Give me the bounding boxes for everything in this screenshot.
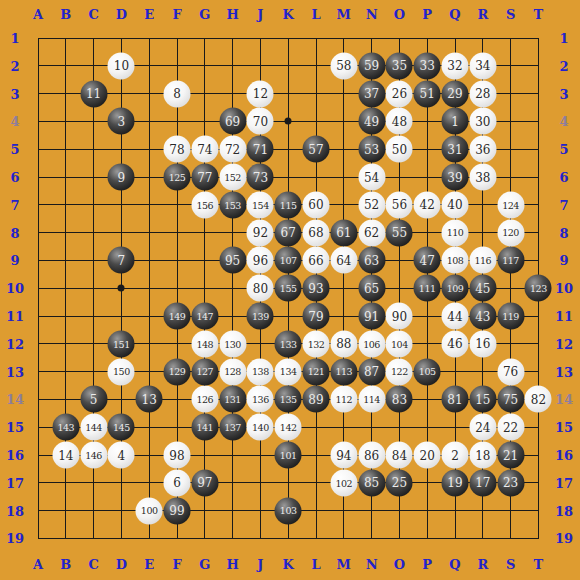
move-number: 113 [335, 367, 352, 377]
coord-label-top-C: C [88, 8, 98, 21]
coord-label-right-13: 13 [555, 365, 573, 378]
stone-white-move-80-J10[interactable]: 80 [247, 275, 274, 302]
stone-black-move-43-R11[interactable]: 43 [469, 303, 496, 330]
stone-black-move-15-R14[interactable]: 15 [469, 386, 496, 413]
move-number: 133 [280, 339, 297, 349]
stone-black-move-117-S9[interactable]: 117 [497, 247, 524, 274]
stone-black-move-17-R17[interactable]: 17 [469, 469, 496, 496]
move-number: 121 [308, 367, 325, 377]
move-number: 52 [364, 199, 379, 211]
stone-white-move-100-E18[interactable]: 100 [136, 497, 163, 524]
move-number: 127 [196, 367, 213, 377]
move-number: 15 [475, 393, 490, 405]
move-number: 57 [308, 143, 323, 155]
grid-line-vertical [38, 38, 39, 539]
stone-white-move-22-S15[interactable]: 22 [497, 414, 524, 441]
stone-black-move-71-J5[interactable]: 71 [247, 136, 274, 163]
coord-label-left-15: 15 [6, 421, 24, 434]
stone-black-move-69-H4[interactable]: 69 [219, 108, 246, 135]
stone-black-move-35-O2[interactable]: 35 [386, 52, 413, 79]
move-number: 104 [391, 339, 408, 349]
stone-white-move-32-Q2[interactable]: 32 [442, 52, 469, 79]
move-number: 135 [280, 395, 297, 405]
move-number: 153 [224, 200, 241, 210]
stone-black-move-87-N13[interactable]: 87 [358, 358, 385, 385]
coord-label-top-K: K [283, 8, 294, 21]
go-board[interactable]: AABBCCDDEEFFGGHHJJKKLLMMNNOOPPQQRRSSTT11… [0, 0, 580, 580]
move-number: 68 [308, 227, 323, 239]
stone-black-move-139-J11[interactable]: 139 [247, 303, 274, 330]
move-number: 89 [308, 393, 323, 405]
stone-black-move-53-N5[interactable]: 53 [358, 136, 385, 163]
stone-white-move-110-Q8[interactable]: 110 [442, 219, 469, 246]
stone-black-move-49-N4[interactable]: 49 [358, 108, 385, 135]
coord-label-top-H: H [226, 8, 238, 21]
stone-black-move-75-S14[interactable]: 75 [497, 386, 524, 413]
move-number: 26 [392, 88, 407, 100]
stone-black-move-29-Q3[interactable]: 29 [442, 80, 469, 107]
stone-black-move-95-H9[interactable]: 95 [219, 247, 246, 274]
stone-white-move-86-N16[interactable]: 86 [358, 442, 385, 469]
stone-black-move-11-C3[interactable]: 11 [80, 80, 107, 107]
stone-black-move-93-L10[interactable]: 93 [303, 275, 330, 302]
stone-white-move-12-J3[interactable]: 12 [247, 80, 274, 107]
stone-white-move-142-K15[interactable]: 142 [275, 414, 302, 441]
stone-white-move-154-J7[interactable]: 154 [247, 191, 274, 218]
move-number: 11 [86, 88, 101, 100]
move-number: 112 [335, 395, 352, 405]
move-number: 139 [252, 311, 269, 321]
move-number: 110 [447, 228, 464, 238]
stone-white-move-40-Q7[interactable]: 40 [442, 191, 469, 218]
move-number: 8 [173, 88, 181, 100]
stone-white-move-44-Q11[interactable]: 44 [442, 303, 469, 330]
stone-black-move-33-P2[interactable]: 33 [414, 52, 441, 79]
move-number: 117 [502, 256, 519, 266]
coord-label-top-B: B [60, 8, 71, 21]
move-number: 126 [196, 395, 213, 405]
coord-label-bottom-R: R [477, 558, 488, 571]
move-number: 115 [280, 200, 297, 210]
move-number: 74 [197, 143, 212, 155]
move-number: 90 [392, 310, 407, 322]
stone-white-move-148-G12[interactable]: 148 [191, 330, 218, 357]
coord-label-left-5: 5 [10, 143, 19, 156]
move-number: 10 [114, 60, 129, 72]
move-number: 143 [57, 422, 74, 432]
move-number: 31 [447, 143, 462, 155]
move-number: 37 [364, 88, 379, 100]
coord-label-bottom-E: E [144, 558, 154, 571]
coord-label-right-1: 1 [559, 32, 568, 45]
stone-black-move-109-Q10[interactable]: 109 [442, 275, 469, 302]
stone-black-move-89-L14[interactable]: 89 [303, 386, 330, 413]
stone-white-move-84-O16[interactable]: 84 [386, 442, 413, 469]
stone-white-move-38-R6[interactable]: 38 [469, 164, 496, 191]
stone-white-move-150-D13[interactable]: 150 [108, 358, 135, 385]
stone-white-move-54-N6[interactable]: 54 [358, 164, 385, 191]
stone-white-move-18-R16[interactable]: 18 [469, 442, 496, 469]
star-point-K4 [285, 118, 292, 125]
move-number: 65 [364, 282, 379, 294]
move-number: 151 [113, 339, 130, 349]
move-number: 144 [85, 422, 102, 432]
move-number: 81 [447, 393, 462, 405]
move-number: 111 [419, 283, 436, 293]
coord-label-right-14: 14 [555, 393, 573, 406]
coord-label-bottom-O: O [394, 558, 405, 571]
stone-white-move-42-P7[interactable]: 42 [414, 191, 441, 218]
move-number: 102 [335, 478, 352, 488]
stone-black-move-85-N17[interactable]: 85 [358, 469, 385, 496]
stone-black-move-21-S16[interactable]: 21 [497, 442, 524, 469]
coord-label-bottom-A: A [33, 558, 43, 571]
coord-label-bottom-C: C [88, 558, 98, 571]
move-number: 92 [253, 227, 268, 239]
move-number: 80 [253, 282, 268, 294]
stone-white-move-144-C15[interactable]: 144 [80, 414, 107, 441]
move-number: 55 [392, 227, 407, 239]
move-number: 58 [336, 60, 351, 72]
stone-black-move-153-H7[interactable]: 153 [219, 191, 246, 218]
move-number: 9 [118, 171, 126, 183]
stone-white-move-26-O3[interactable]: 26 [386, 80, 413, 107]
coord-label-left-18: 18 [6, 504, 24, 517]
stone-black-move-45-R10[interactable]: 45 [469, 275, 496, 302]
move-number: 17 [475, 477, 490, 489]
move-number: 105 [419, 367, 436, 377]
stone-black-move-149-F11[interactable]: 149 [164, 303, 191, 330]
coord-label-top-T: T [534, 8, 544, 21]
stone-black-move-55-O8[interactable]: 55 [386, 219, 413, 246]
move-number: 77 [197, 171, 212, 183]
stone-black-move-77-G6[interactable]: 77 [191, 164, 218, 191]
move-number: 13 [142, 393, 157, 405]
stone-white-move-108-Q9[interactable]: 108 [442, 247, 469, 274]
stone-white-move-130-H12[interactable]: 130 [219, 330, 246, 357]
stone-black-move-65-N10[interactable]: 65 [358, 275, 385, 302]
stone-black-move-131-H14[interactable]: 131 [219, 386, 246, 413]
move-number: 7 [118, 254, 126, 266]
stone-white-move-90-O11[interactable]: 90 [386, 303, 413, 330]
move-number: 44 [447, 310, 462, 322]
coord-label-top-S: S [506, 8, 515, 21]
coord-label-left-13: 13 [6, 365, 24, 378]
coord-label-right-5: 5 [559, 143, 568, 156]
stone-black-move-99-F18[interactable]: 99 [164, 497, 191, 524]
stone-black-move-39-Q6[interactable]: 39 [442, 164, 469, 191]
stone-black-move-73-J6[interactable]: 73 [247, 164, 274, 191]
coord-label-top-L: L [311, 8, 320, 21]
stone-black-move-47-P9[interactable]: 47 [414, 247, 441, 274]
stone-black-move-61-M8[interactable]: 61 [330, 219, 357, 246]
stone-white-move-70-J4[interactable]: 70 [247, 108, 274, 135]
stone-black-move-101-K16[interactable]: 101 [275, 442, 302, 469]
stone-black-move-91-N11[interactable]: 91 [358, 303, 385, 330]
stone-white-move-120-S8[interactable]: 120 [497, 219, 524, 246]
stone-black-move-111-P10[interactable]: 111 [414, 275, 441, 302]
stone-black-move-81-Q14[interactable]: 81 [442, 386, 469, 413]
move-number: 28 [475, 88, 490, 100]
stone-white-move-106-N12[interactable]: 106 [358, 330, 385, 357]
move-number: 56 [392, 199, 407, 211]
stone-white-move-14-B16[interactable]: 14 [52, 442, 79, 469]
move-number: 106 [363, 339, 380, 349]
move-number: 122 [391, 367, 408, 377]
stone-white-move-116-R9[interactable]: 116 [469, 247, 496, 274]
stone-black-move-3-D4[interactable]: 3 [108, 108, 135, 135]
stone-black-move-145-D15[interactable]: 145 [108, 414, 135, 441]
move-number: 71 [253, 143, 268, 155]
move-number: 3 [118, 115, 126, 127]
stone-white-move-92-J8[interactable]: 92 [247, 219, 274, 246]
stone-white-move-10-D2[interactable]: 10 [108, 52, 135, 79]
move-number: 134 [280, 367, 297, 377]
stone-black-move-121-L13[interactable]: 121 [303, 358, 330, 385]
move-number: 66 [308, 254, 323, 266]
stone-black-move-97-G17[interactable]: 97 [191, 469, 218, 496]
move-number: 60 [308, 199, 323, 211]
move-number: 64 [336, 254, 351, 266]
stone-white-move-138-J13[interactable]: 138 [247, 358, 274, 385]
coord-label-left-7: 7 [10, 198, 19, 211]
coord-label-right-11: 11 [555, 310, 573, 323]
move-number: 63 [364, 254, 379, 266]
stone-black-move-23-S17[interactable]: 23 [497, 469, 524, 496]
stone-black-move-13-E14[interactable]: 13 [136, 386, 163, 413]
stone-white-move-34-R2[interactable]: 34 [469, 52, 496, 79]
move-number: 4 [118, 449, 126, 461]
grid-line-horizontal [38, 38, 539, 39]
stone-white-move-2-Q16[interactable]: 2 [442, 442, 469, 469]
stone-white-move-74-G5[interactable]: 74 [191, 136, 218, 163]
coord-label-right-2: 2 [559, 59, 568, 72]
coord-label-left-4: 4 [10, 115, 19, 128]
move-number: 99 [169, 505, 184, 517]
stone-white-move-114-N14[interactable]: 114 [358, 386, 385, 413]
stone-black-move-103-K18[interactable]: 103 [275, 497, 302, 524]
move-number: 125 [169, 172, 186, 182]
stone-black-move-115-K7[interactable]: 115 [275, 191, 302, 218]
stone-black-move-7-D9[interactable]: 7 [108, 247, 135, 274]
stone-black-move-5-C14[interactable]: 5 [80, 386, 107, 413]
stone-white-move-78-F5[interactable]: 78 [164, 136, 191, 163]
coord-label-bottom-L: L [311, 558, 320, 571]
move-number: 140 [252, 422, 269, 432]
move-number: 46 [447, 338, 462, 350]
stone-white-move-36-R5[interactable]: 36 [469, 136, 496, 163]
move-number: 18 [475, 449, 490, 461]
coord-label-right-8: 8 [559, 226, 568, 239]
stone-white-move-124-S7[interactable]: 124 [497, 191, 524, 218]
stone-white-move-52-N7[interactable]: 52 [358, 191, 385, 218]
stone-white-move-60-L7[interactable]: 60 [303, 191, 330, 218]
coord-label-left-8: 8 [10, 226, 19, 239]
coord-label-left-3: 3 [10, 87, 19, 100]
coord-label-top-F: F [172, 8, 181, 21]
coord-label-left-10: 10 [6, 282, 24, 295]
coord-label-bottom-J: J [257, 558, 263, 571]
stone-black-move-119-S11[interactable]: 119 [497, 303, 524, 330]
stone-white-move-136-J14[interactable]: 136 [247, 386, 274, 413]
move-number: 49 [364, 115, 379, 127]
coord-label-right-12: 12 [555, 337, 573, 350]
coord-label-bottom-S: S [506, 558, 515, 571]
stone-white-move-56-O7[interactable]: 56 [386, 191, 413, 218]
coord-label-bottom-B: B [60, 558, 71, 571]
move-number: 42 [420, 199, 435, 211]
move-number: 54 [364, 171, 379, 183]
stone-white-move-64-M9[interactable]: 64 [330, 247, 357, 274]
move-number: 32 [447, 60, 462, 72]
stone-white-move-72-H5[interactable]: 72 [219, 136, 246, 163]
stone-white-move-128-H13[interactable]: 128 [219, 358, 246, 385]
stone-black-move-137-H15[interactable]: 137 [219, 414, 246, 441]
stone-black-move-155-K10[interactable]: 155 [275, 275, 302, 302]
coord-label-left-9: 9 [10, 254, 19, 267]
stone-black-move-129-F13[interactable]: 129 [164, 358, 191, 385]
stone-white-move-58-M2[interactable]: 58 [330, 52, 357, 79]
move-number: 1 [451, 115, 459, 127]
stone-black-move-63-N9[interactable]: 63 [358, 247, 385, 274]
stone-white-move-82-T14[interactable]: 82 [525, 386, 552, 413]
coord-label-left-14: 14 [6, 393, 24, 406]
stone-white-move-24-R15[interactable]: 24 [469, 414, 496, 441]
move-number: 62 [364, 227, 379, 239]
stone-white-move-48-O4[interactable]: 48 [386, 108, 413, 135]
stone-black-move-135-K14[interactable]: 135 [275, 386, 302, 413]
stone-black-move-57-L5[interactable]: 57 [303, 136, 330, 163]
coord-label-left-12: 12 [6, 337, 24, 350]
stone-white-move-132-L12[interactable]: 132 [303, 330, 330, 357]
stone-white-move-88-M12[interactable]: 88 [330, 330, 357, 357]
coord-label-left-11: 11 [6, 310, 24, 323]
stone-black-move-141-G15[interactable]: 141 [191, 414, 218, 441]
stone-white-move-20-P16[interactable]: 20 [414, 442, 441, 469]
move-number: 138 [252, 367, 269, 377]
move-number: 75 [503, 393, 518, 405]
coord-label-top-E: E [144, 8, 154, 21]
stone-white-move-6-F17[interactable]: 6 [164, 469, 191, 496]
move-number: 131 [224, 395, 241, 405]
move-number: 25 [392, 477, 407, 489]
move-number: 119 [502, 311, 519, 321]
stone-white-move-46-Q12[interactable]: 46 [442, 330, 469, 357]
move-number: 155 [280, 283, 297, 293]
stone-black-move-105-P13[interactable]: 105 [414, 358, 441, 385]
stone-white-move-66-L9[interactable]: 66 [303, 247, 330, 274]
stone-white-move-62-N8[interactable]: 62 [358, 219, 385, 246]
stone-white-move-4-D16[interactable]: 4 [108, 442, 135, 469]
stone-black-move-19-Q17[interactable]: 19 [442, 469, 469, 496]
stone-white-move-94-M16[interactable]: 94 [330, 442, 357, 469]
coord-label-bottom-Q: Q [449, 558, 460, 571]
stone-white-move-102-M17[interactable]: 102 [330, 469, 357, 496]
stone-black-move-79-L11[interactable]: 79 [303, 303, 330, 330]
move-number: 50 [392, 143, 407, 155]
coord-label-bottom-G: G [199, 558, 210, 571]
stone-white-move-112-M14[interactable]: 112 [330, 386, 357, 413]
coord-label-top-Q: Q [449, 8, 460, 21]
move-number: 124 [502, 200, 519, 210]
stone-white-move-68-L8[interactable]: 68 [303, 219, 330, 246]
stone-white-move-156-G7[interactable]: 156 [191, 191, 218, 218]
move-number: 29 [447, 88, 462, 100]
stone-white-move-104-O12[interactable]: 104 [386, 330, 413, 357]
stone-black-move-133-K12[interactable]: 133 [275, 330, 302, 357]
stone-black-move-37-N3[interactable]: 37 [358, 80, 385, 107]
move-number: 107 [280, 256, 297, 266]
stone-black-move-31-Q5[interactable]: 31 [442, 136, 469, 163]
stone-black-move-67-K8[interactable]: 67 [275, 219, 302, 246]
coord-label-right-18: 18 [555, 504, 573, 517]
stone-black-move-125-F6[interactable]: 125 [164, 164, 191, 191]
move-number: 109 [447, 283, 464, 293]
move-number: 148 [196, 339, 213, 349]
stone-white-move-122-O13[interactable]: 122 [386, 358, 413, 385]
stone-white-move-30-R4[interactable]: 30 [469, 108, 496, 135]
move-number: 22 [503, 421, 518, 433]
coord-label-right-15: 15 [555, 421, 573, 434]
stone-black-move-113-M13[interactable]: 113 [330, 358, 357, 385]
stone-white-move-140-J15[interactable]: 140 [247, 414, 274, 441]
move-number: 72 [225, 143, 240, 155]
stone-white-move-16-R12[interactable]: 16 [469, 330, 496, 357]
stone-black-move-83-O14[interactable]: 83 [386, 386, 413, 413]
stone-white-move-98-F16[interactable]: 98 [164, 442, 191, 469]
move-number: 108 [447, 256, 464, 266]
stone-black-move-9-D6[interactable]: 9 [108, 164, 135, 191]
stone-black-move-143-B15[interactable]: 143 [52, 414, 79, 441]
move-number: 136 [252, 395, 269, 405]
move-number: 85 [364, 477, 379, 489]
stone-white-move-50-O5[interactable]: 50 [386, 136, 413, 163]
stone-black-move-147-G11[interactable]: 147 [191, 303, 218, 330]
stone-white-move-126-G14[interactable]: 126 [191, 386, 218, 413]
stone-white-move-28-R3[interactable]: 28 [469, 80, 496, 107]
move-number: 101 [280, 450, 297, 460]
move-number: 137 [224, 422, 241, 432]
move-number: 103 [280, 506, 297, 516]
coord-label-top-D: D [116, 8, 127, 21]
stone-white-move-96-J9[interactable]: 96 [247, 247, 274, 274]
stone-white-move-76-S13[interactable]: 76 [497, 358, 524, 385]
move-number: 53 [364, 143, 379, 155]
coord-label-left-2: 2 [10, 59, 19, 72]
stone-white-move-8-F3[interactable]: 8 [164, 80, 191, 107]
coord-label-right-3: 3 [559, 87, 568, 100]
stone-black-move-127-G13[interactable]: 127 [191, 358, 218, 385]
move-number: 70 [253, 115, 268, 127]
star-point-D10 [118, 285, 125, 292]
move-number: 20 [420, 449, 435, 461]
stone-black-move-107-K9[interactable]: 107 [275, 247, 302, 274]
stone-black-move-151-D12[interactable]: 151 [108, 330, 135, 357]
stone-black-move-123-T10[interactable]: 123 [525, 275, 552, 302]
stone-black-move-25-O17[interactable]: 25 [386, 469, 413, 496]
coord-label-left-6: 6 [10, 171, 19, 184]
stone-black-move-59-N2[interactable]: 59 [358, 52, 385, 79]
stone-white-move-152-H6[interactable]: 152 [219, 164, 246, 191]
stone-black-move-51-P3[interactable]: 51 [414, 80, 441, 107]
stone-black-move-1-Q4[interactable]: 1 [442, 108, 469, 135]
move-number: 23 [503, 477, 518, 489]
stone-white-move-134-K13[interactable]: 134 [275, 358, 302, 385]
coord-label-bottom-D: D [116, 558, 127, 571]
move-number: 86 [364, 449, 379, 461]
move-number: 149 [169, 311, 186, 321]
stone-white-move-146-C16[interactable]: 146 [80, 442, 107, 469]
